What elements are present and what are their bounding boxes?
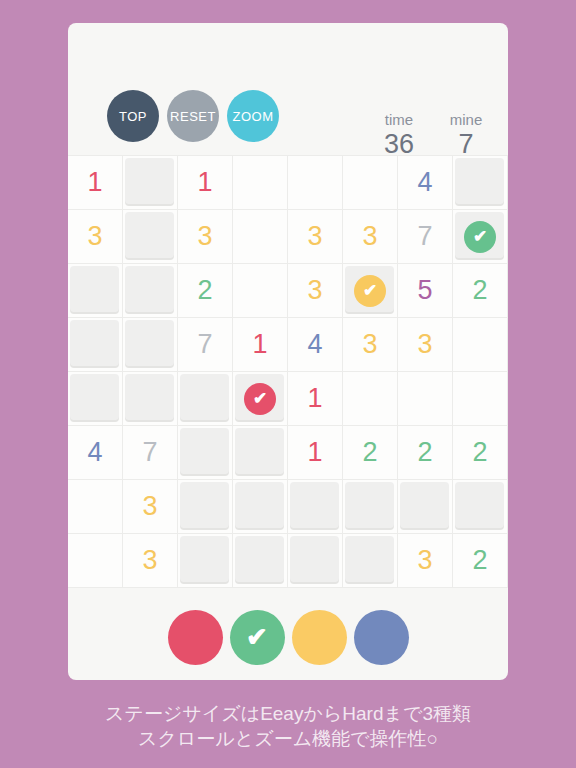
closed-tile — [125, 158, 174, 204]
cell-r1c5[interactable] — [288, 156, 343, 210]
cell-r4c5[interactable]: 4 — [288, 318, 343, 372]
cell-r7c5[interactable] — [288, 480, 343, 534]
caption-line-2: スクロールとズーム機能で操作性○ — [0, 726, 576, 751]
check-icon: ✔ — [253, 388, 267, 409]
cell-r8c4[interactable] — [233, 534, 288, 588]
game-card: TOP RESET ZOOM time 36 mine 7 11433337✔2… — [68, 23, 508, 680]
cell-r7c7[interactable] — [398, 480, 453, 534]
cell-r6c2[interactable]: 7 — [123, 426, 178, 480]
red-flag-badge: ✔ — [244, 383, 276, 415]
cell-r8c7[interactable]: 3 — [398, 534, 453, 588]
cell-r6c7[interactable]: 2 — [398, 426, 453, 480]
closed-tile — [125, 266, 174, 312]
closed-tile — [70, 320, 119, 366]
cell-r5c8[interactable] — [453, 372, 508, 426]
cell-r2c1[interactable]: 3 — [68, 210, 123, 264]
caption-line-1: ステージサイズはEeayからHardまで3種類 — [0, 701, 576, 726]
closed-tile — [180, 536, 229, 582]
cell-r8c8[interactable]: 2 — [453, 534, 508, 588]
cell-r4c7[interactable]: 3 — [398, 318, 453, 372]
cell-r7c2[interactable]: 3 — [123, 480, 178, 534]
closed-tile — [125, 320, 174, 366]
check-icon: ✔ — [363, 280, 377, 301]
cell-r7c4[interactable] — [233, 480, 288, 534]
closed-tile — [455, 158, 504, 204]
check-icon: ✔ — [473, 226, 487, 247]
cell-r5c3[interactable] — [178, 372, 233, 426]
cell-r5c5[interactable]: 1 — [288, 372, 343, 426]
cell-r4c4[interactable]: 1 — [233, 318, 288, 372]
cell-r5c1[interactable] — [68, 372, 123, 426]
cell-r8c1[interactable] — [68, 534, 123, 588]
closed-tile — [345, 536, 394, 582]
cell-r1c3[interactable]: 1 — [178, 156, 233, 210]
cell-r4c6[interactable]: 3 — [343, 318, 398, 372]
cell-r6c3[interactable] — [178, 426, 233, 480]
cell-r8c3[interactable] — [178, 534, 233, 588]
top-button[interactable]: TOP — [107, 90, 159, 142]
cell-r2c6[interactable]: 3 — [343, 210, 398, 264]
blue-marker-button[interactable] — [354, 610, 409, 665]
green-flag-badge: ✔ — [464, 221, 496, 253]
closed-tile — [125, 212, 174, 258]
board-grid: 11433337✔23✔5271433✔14712223332 — [68, 155, 508, 588]
yellow-flag-badge: ✔ — [354, 275, 386, 307]
closed-tile — [455, 482, 504, 528]
time-label: time — [371, 111, 427, 128]
cell-r2c3[interactable]: 3 — [178, 210, 233, 264]
cell-r2c7[interactable]: 7 — [398, 210, 453, 264]
closed-tile — [125, 374, 174, 420]
cell-r6c1[interactable]: 4 — [68, 426, 123, 480]
cell-r4c2[interactable] — [123, 318, 178, 372]
mine-stat: mine 7 — [438, 111, 494, 160]
cell-r2c2[interactable] — [123, 210, 178, 264]
cell-r2c8[interactable]: ✔ — [453, 210, 508, 264]
closed-tile — [70, 266, 119, 312]
closed-tile — [180, 374, 229, 420]
cell-r5c6[interactable] — [343, 372, 398, 426]
closed-tile — [70, 374, 119, 420]
yellow-marker-button[interactable] — [292, 610, 347, 665]
cell-r7c6[interactable] — [343, 480, 398, 534]
cell-r8c2[interactable]: 3 — [123, 534, 178, 588]
closed-tile — [180, 482, 229, 528]
cell-r7c1[interactable] — [68, 480, 123, 534]
reset-button[interactable]: RESET — [167, 90, 219, 142]
cell-r2c4[interactable] — [233, 210, 288, 264]
green-marker-button[interactable]: ✔ — [230, 610, 285, 665]
cell-r3c5[interactable]: 3 — [288, 264, 343, 318]
marker-row: ✔ — [68, 610, 508, 665]
closed-tile — [290, 482, 339, 528]
cell-r7c8[interactable] — [453, 480, 508, 534]
cell-r3c3[interactable]: 2 — [178, 264, 233, 318]
cell-r4c3[interactable]: 7 — [178, 318, 233, 372]
time-stat: time 36 — [371, 111, 427, 160]
stats-panel: time 36 mine 7 — [371, 111, 494, 160]
cell-r3c1[interactable] — [68, 264, 123, 318]
cell-r4c8[interactable] — [453, 318, 508, 372]
caption: ステージサイズはEeayからHardまで3種類 スクロールとズーム機能で操作性○ — [0, 701, 576, 751]
red-marker-button[interactable] — [168, 610, 223, 665]
cell-r3c2[interactable] — [123, 264, 178, 318]
cell-r4c1[interactable] — [68, 318, 123, 372]
cell-r1c8[interactable] — [453, 156, 508, 210]
cell-r5c7[interactable] — [398, 372, 453, 426]
closed-tile — [235, 428, 284, 474]
cell-r3c8[interactable]: 2 — [453, 264, 508, 318]
cell-r8c6[interactable] — [343, 534, 398, 588]
cell-r1c7[interactable]: 4 — [398, 156, 453, 210]
cell-r1c6[interactable] — [343, 156, 398, 210]
header-button-row: TOP RESET ZOOM — [107, 90, 279, 142]
cell-r3c6[interactable]: ✔ — [343, 264, 398, 318]
closed-tile — [290, 536, 339, 582]
cell-r5c4[interactable]: ✔ — [233, 372, 288, 426]
cell-r7c3[interactable] — [178, 480, 233, 534]
cell-r1c4[interactable] — [233, 156, 288, 210]
closed-tile — [345, 482, 394, 528]
cell-r3c4[interactable] — [233, 264, 288, 318]
check-icon: ✔ — [246, 622, 268, 653]
cell-r2c5[interactable]: 3 — [288, 210, 343, 264]
cell-r6c8[interactable]: 2 — [453, 426, 508, 480]
cell-r1c2[interactable] — [123, 156, 178, 210]
closed-tile — [400, 482, 449, 528]
closed-tile — [235, 536, 284, 582]
cell-r6c4[interactable] — [233, 426, 288, 480]
closed-tile — [180, 428, 229, 474]
mine-label: mine — [438, 111, 494, 128]
cell-r3c7[interactable]: 5 — [398, 264, 453, 318]
cell-r6c5[interactable]: 1 — [288, 426, 343, 480]
zoom-button[interactable]: ZOOM — [227, 90, 279, 142]
cell-r1c1[interactable]: 1 — [68, 156, 123, 210]
closed-tile — [235, 482, 284, 528]
cell-r8c5[interactable] — [288, 534, 343, 588]
cell-r6c6[interactable]: 2 — [343, 426, 398, 480]
cell-r5c2[interactable] — [123, 372, 178, 426]
